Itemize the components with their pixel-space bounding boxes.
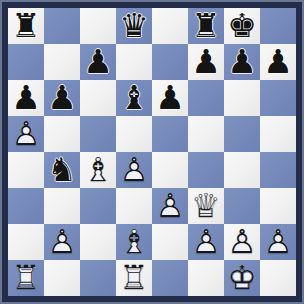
square-d8[interactable]: ♛ [116,8,152,44]
white-pawn-piece-fill: ♟ [224,224,260,260]
square-d6[interactable]: ♝ [116,80,152,116]
black-pawn-piece: ♟ [188,44,224,80]
square-g3[interactable] [224,188,260,224]
white-pawn-piece: ♙ [188,224,224,260]
square-a3[interactable] [8,188,44,224]
square-e5[interactable] [152,116,188,152]
black-rook-piece: ♜ [8,8,44,44]
black-king-piece: ♚ [224,8,260,44]
square-e6[interactable]: ♟ [152,80,188,116]
square-h3[interactable] [260,188,296,224]
square-f2[interactable]: ♟♙ [188,224,224,260]
square-g2[interactable]: ♟♙ [224,224,260,260]
black-knight-piece: ♞ [44,152,80,188]
white-pawn-piece-fill: ♟ [44,224,80,260]
square-f4[interactable] [188,152,224,188]
square-d4[interactable]: ♟♙ [116,152,152,188]
square-c1[interactable] [80,260,116,296]
white-pawn-piece-fill: ♟ [260,224,296,260]
square-h5[interactable] [260,116,296,152]
square-e8[interactable] [152,8,188,44]
square-c4[interactable]: ♝♗ [80,152,116,188]
square-c8[interactable] [80,8,116,44]
square-g7[interactable]: ♟ [224,44,260,80]
black-rook-piece: ♜ [188,8,224,44]
square-f5[interactable] [188,116,224,152]
square-b1[interactable] [44,260,80,296]
square-b6[interactable]: ♟ [44,80,80,116]
white-king-piece: ♔ [224,260,260,296]
square-a6[interactable]: ♟ [8,80,44,116]
square-a8[interactable]: ♜ [8,8,44,44]
square-b2[interactable]: ♟♙ [44,224,80,260]
square-g1[interactable]: ♚♔ [224,260,260,296]
square-h8[interactable] [260,8,296,44]
square-a4[interactable] [8,152,44,188]
square-h6[interactable] [260,80,296,116]
square-a5[interactable]: ♟♙ [8,116,44,152]
white-pawn-piece-fill: ♟ [188,224,224,260]
square-e3[interactable]: ♟♙ [152,188,188,224]
square-e4[interactable] [152,152,188,188]
square-f3[interactable]: ♛♕ [188,188,224,224]
square-h7[interactable]: ♟ [260,44,296,80]
black-bishop-piece: ♝ [116,80,152,116]
white-pawn-piece: ♙ [224,224,260,260]
square-b4[interactable]: ♞ [44,152,80,188]
white-pawn-piece: ♙ [152,188,188,224]
white-pawn-piece: ♙ [8,116,44,152]
board-frame: ♜♛♜♚♟♟♟♟♟♟♝♟♟♙♞♝♗♟♙♟♙♛♕♟♙♝♗♟♙♟♙♟♙♜♖♜♖♚♔ [0,0,304,304]
black-pawn-piece: ♟ [224,44,260,80]
square-d1[interactable]: ♜♖ [116,260,152,296]
square-f8[interactable]: ♜ [188,8,224,44]
white-rook-piece: ♖ [116,260,152,296]
white-rook-piece-fill: ♜ [116,260,152,296]
white-queen-piece: ♕ [188,188,224,224]
square-a2[interactable] [8,224,44,260]
black-pawn-piece: ♟ [260,44,296,80]
white-bishop-piece-fill: ♝ [116,224,152,260]
white-rook-piece-fill: ♜ [8,260,44,296]
square-e1[interactable] [152,260,188,296]
black-queen-piece: ♛ [116,8,152,44]
square-b8[interactable] [44,8,80,44]
white-queen-piece-fill: ♛ [188,188,224,224]
square-b7[interactable] [44,44,80,80]
square-c3[interactable] [80,188,116,224]
square-f6[interactable] [188,80,224,116]
square-c5[interactable] [80,116,116,152]
square-b5[interactable] [44,116,80,152]
square-d3[interactable] [116,188,152,224]
black-pawn-piece: ♟ [152,80,188,116]
white-pawn-piece-fill: ♟ [116,152,152,188]
square-g5[interactable] [224,116,260,152]
square-c6[interactable] [80,80,116,116]
square-h4[interactable] [260,152,296,188]
square-c2[interactable] [80,224,116,260]
white-bishop-piece: ♗ [116,224,152,260]
square-h1[interactable] [260,260,296,296]
white-pawn-piece: ♙ [116,152,152,188]
square-f1[interactable] [188,260,224,296]
white-rook-piece: ♖ [8,260,44,296]
square-g8[interactable]: ♚ [224,8,260,44]
square-g6[interactable] [224,80,260,116]
square-d7[interactable] [116,44,152,80]
square-d5[interactable] [116,116,152,152]
white-bishop-piece-fill: ♝ [80,152,116,188]
white-pawn-piece-fill: ♟ [152,188,188,224]
square-f7[interactable]: ♟ [188,44,224,80]
white-king-piece-fill: ♚ [224,260,260,296]
white-pawn-piece: ♙ [44,224,80,260]
chess-board: ♜♛♜♚♟♟♟♟♟♟♝♟♟♙♞♝♗♟♙♟♙♛♕♟♙♝♗♟♙♟♙♟♙♜♖♜♖♚♔ [8,8,296,296]
square-g4[interactable] [224,152,260,188]
square-c7[interactable]: ♟ [80,44,116,80]
square-h2[interactable]: ♟♙ [260,224,296,260]
square-a1[interactable]: ♜♖ [8,260,44,296]
square-e7[interactable] [152,44,188,80]
black-pawn-piece: ♟ [80,44,116,80]
white-pawn-piece-fill: ♟ [8,116,44,152]
square-b3[interactable] [44,188,80,224]
square-a7[interactable] [8,44,44,80]
square-e2[interactable] [152,224,188,260]
black-pawn-piece: ♟ [44,80,80,116]
square-d2[interactable]: ♝♗ [116,224,152,260]
white-pawn-piece: ♙ [260,224,296,260]
white-bishop-piece: ♗ [80,152,116,188]
black-pawn-piece: ♟ [8,80,44,116]
